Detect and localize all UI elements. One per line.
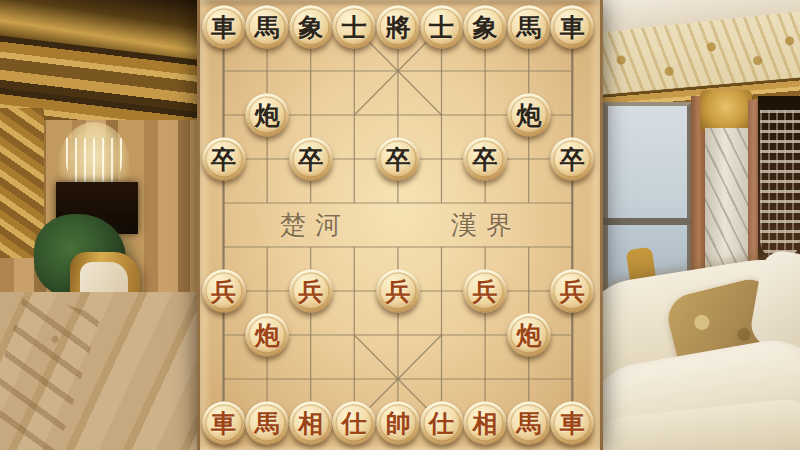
piece-glyph: 兵: [560, 279, 585, 304]
xiangqi-board[interactable]: 楚河 漢界 車馬象士將士象馬車炮炮卒卒卒卒卒兵兵兵兵兵炮炮車馬相仕帥仕相馬車: [197, 0, 603, 450]
piece-black-advisor[interactable]: 士: [420, 6, 463, 49]
piece-glyph: 車: [211, 15, 236, 40]
piece-red-soldier[interactable]: 兵: [376, 270, 419, 313]
window-rail: [603, 218, 693, 225]
piece-glyph: 象: [298, 15, 323, 40]
piece-glyph: 車: [560, 15, 585, 40]
piece-black-cannon[interactable]: 炮: [507, 94, 550, 137]
column-capital: [700, 90, 752, 132]
piece-red-soldier[interactable]: 兵: [289, 270, 332, 313]
piece-glyph: 卒: [560, 147, 585, 172]
piece-black-soldier[interactable]: 卒: [376, 138, 419, 181]
piece-glyph: 將: [385, 15, 410, 40]
piece-red-soldier[interactable]: 兵: [202, 270, 245, 313]
piece-black-elephant[interactable]: 象: [464, 6, 507, 49]
piece-black-horse[interactable]: 馬: [246, 6, 289, 49]
pieces-layer: 車馬象士將士象馬車炮炮卒卒卒卒卒兵兵兵兵兵炮炮車馬相仕帥仕相馬車: [200, 0, 606, 450]
piece-glyph: 仕: [342, 411, 367, 436]
piece-glyph: 車: [560, 411, 585, 436]
piece-glyph: 帥: [385, 411, 410, 436]
piece-red-chariot[interactable]: 車: [202, 402, 245, 445]
piece-glyph: 炮: [516, 323, 541, 348]
piece-red-cannon[interactable]: 炮: [246, 314, 289, 357]
piece-black-soldier[interactable]: 卒: [202, 138, 245, 181]
piece-glyph: 相: [298, 411, 323, 436]
piece-black-soldier[interactable]: 卒: [289, 138, 332, 181]
piece-glyph: 象: [473, 15, 498, 40]
piece-glyph: 士: [429, 15, 454, 40]
app-screen: 楚河 漢界 車馬象士將士象馬車炮炮卒卒卒卒卒兵兵兵兵兵炮炮車馬相仕帥仕相馬車: [0, 0, 800, 450]
piece-red-general[interactable]: 帥: [376, 402, 419, 445]
piece-black-soldier[interactable]: 卒: [464, 138, 507, 181]
piece-black-horse[interactable]: 馬: [507, 6, 550, 49]
piece-red-soldier[interactable]: 兵: [551, 270, 594, 313]
chandelier-right-icon: [760, 110, 800, 260]
piece-glyph: 馬: [255, 411, 280, 436]
piece-red-horse[interactable]: 馬: [246, 402, 289, 445]
piece-glyph: 車: [211, 411, 236, 436]
piece-glyph: 馬: [255, 15, 280, 40]
piece-glyph: 相: [473, 411, 498, 436]
piece-glyph: 兵: [211, 279, 236, 304]
piece-red-advisor[interactable]: 仕: [333, 402, 376, 445]
piece-red-advisor[interactable]: 仕: [420, 402, 463, 445]
piece-glyph: 卒: [298, 147, 323, 172]
piece-glyph: 卒: [473, 147, 498, 172]
piece-glyph: 馬: [516, 15, 541, 40]
piece-red-chariot[interactable]: 車: [551, 402, 594, 445]
piece-glyph: 兵: [298, 279, 323, 304]
piece-glyph: 卒: [211, 147, 236, 172]
piece-black-general[interactable]: 將: [376, 6, 419, 49]
piece-glyph: 卒: [385, 147, 410, 172]
piece-glyph: 兵: [385, 279, 410, 304]
piece-black-soldier[interactable]: 卒: [551, 138, 594, 181]
piece-red-cannon[interactable]: 炮: [507, 314, 550, 357]
piece-black-chariot[interactable]: 車: [551, 6, 594, 49]
piece-glyph: 炮: [516, 103, 541, 128]
piece-red-horse[interactable]: 馬: [507, 402, 550, 445]
piece-red-elephant[interactable]: 相: [464, 402, 507, 445]
piece-glyph: 仕: [429, 411, 454, 436]
piece-glyph: 士: [342, 15, 367, 40]
piece-glyph: 炮: [255, 323, 280, 348]
piece-black-elephant[interactable]: 象: [289, 6, 332, 49]
piece-glyph: 兵: [473, 279, 498, 304]
piece-glyph: 炮: [255, 103, 280, 128]
piece-red-elephant[interactable]: 相: [289, 402, 332, 445]
piece-black-chariot[interactable]: 車: [202, 6, 245, 49]
piece-red-soldier[interactable]: 兵: [464, 270, 507, 313]
piece-black-advisor[interactable]: 士: [333, 6, 376, 49]
piece-glyph: 馬: [516, 411, 541, 436]
piece-black-cannon[interactable]: 炮: [246, 94, 289, 137]
